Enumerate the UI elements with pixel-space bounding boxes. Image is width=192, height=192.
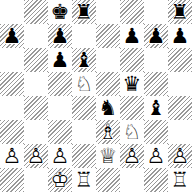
piece-glyph: ♛: [120, 72, 144, 96]
square-h8[interactable]: ♜: [168, 0, 192, 24]
square-g8[interactable]: [144, 0, 168, 24]
square-f4[interactable]: [120, 96, 144, 120]
square-e1[interactable]: [96, 168, 120, 192]
black-knight-piece: ♞: [96, 96, 120, 120]
piece-glyph: ♟: [48, 24, 72, 48]
square-f6[interactable]: [120, 48, 144, 72]
piece-glyph: ♔: [48, 168, 72, 192]
piece-glyph: ♖: [72, 168, 96, 192]
square-c4[interactable]: [48, 96, 72, 120]
black-pawn-piece: ♟: [168, 24, 192, 48]
white-rook-piece: ♜♖: [72, 168, 96, 192]
black-rook-piece: ♜: [72, 0, 96, 24]
square-a4[interactable]: [0, 96, 24, 120]
piece-glyph: ♘: [72, 72, 96, 96]
white-knight-piece: ♞♘: [120, 120, 144, 144]
black-queen-piece: ♛: [120, 72, 144, 96]
piece-glyph: ♙: [120, 144, 144, 168]
square-g3[interactable]: [144, 120, 168, 144]
square-c1[interactable]: ♚♔: [48, 168, 72, 192]
square-h2[interactable]: ♟♙: [168, 144, 192, 168]
square-b8[interactable]: [24, 0, 48, 24]
piece-glyph: ♙: [24, 144, 48, 168]
white-pawn-piece: ♟♙: [120, 144, 144, 168]
square-c2[interactable]: ♟♙: [48, 144, 72, 168]
square-c7[interactable]: ♟: [48, 24, 72, 48]
square-d4[interactable]: [72, 96, 96, 120]
square-b6[interactable]: [24, 48, 48, 72]
piece-glyph: ♟: [168, 24, 192, 48]
square-h5[interactable]: [168, 72, 192, 96]
piece-glyph: ♕: [96, 144, 120, 168]
square-g6[interactable]: [144, 48, 168, 72]
square-a7[interactable]: ♟: [0, 24, 24, 48]
black-pawn-piece: ♟: [48, 48, 72, 72]
square-b3[interactable]: [24, 120, 48, 144]
white-bishop-piece: ♝♗: [96, 120, 120, 144]
square-d3[interactable]: [72, 120, 96, 144]
white-rook-piece: ♜♖: [168, 168, 192, 192]
piece-glyph: ♖: [168, 168, 192, 192]
square-e3[interactable]: ♝♗: [96, 120, 120, 144]
black-bishop-piece: ♝: [144, 96, 168, 120]
square-d2[interactable]: [72, 144, 96, 168]
white-pawn-piece: ♟♙: [48, 144, 72, 168]
piece-glyph: ♞: [96, 96, 120, 120]
square-c3[interactable]: [48, 120, 72, 144]
square-b7[interactable]: [24, 24, 48, 48]
square-c5[interactable]: [48, 72, 72, 96]
piece-glyph: ♜: [72, 0, 96, 24]
square-h7[interactable]: ♟: [168, 24, 192, 48]
piece-glyph: ♚: [48, 0, 72, 24]
white-pawn-piece: ♟♙: [144, 144, 168, 168]
square-e6[interactable]: [96, 48, 120, 72]
white-pawn-piece: ♟♙: [168, 144, 192, 168]
piece-glyph: ♟: [0, 24, 24, 48]
black-pawn-piece: ♟: [0, 24, 24, 48]
square-h6[interactable]: [168, 48, 192, 72]
piece-glyph: ♘: [120, 120, 144, 144]
square-a2[interactable]: ♟♙: [0, 144, 24, 168]
square-g1[interactable]: [144, 168, 168, 192]
square-h3[interactable]: [168, 120, 192, 144]
square-f1[interactable]: [120, 168, 144, 192]
chess-board: ♚♜♜♟♟♟♟♟♟♝♞♘♛♞♝♝♗♞♘♟♙♟♙♟♙♛♕♟♙♟♙♟♙♚♔♜♖♜♖: [0, 0, 192, 192]
square-c6[interactable]: ♟: [48, 48, 72, 72]
square-f3[interactable]: ♞♘: [120, 120, 144, 144]
piece-glyph: ♙: [0, 144, 24, 168]
black-bishop-piece: ♝: [72, 48, 96, 72]
square-e4[interactable]: ♞: [96, 96, 120, 120]
square-e8[interactable]: [96, 0, 120, 24]
square-g2[interactable]: ♟♙: [144, 144, 168, 168]
piece-glyph: ♙: [144, 144, 168, 168]
square-d1[interactable]: ♜♖: [72, 168, 96, 192]
square-a6[interactable]: [0, 48, 24, 72]
square-g5[interactable]: [144, 72, 168, 96]
piece-glyph: ♜: [168, 0, 192, 24]
black-pawn-piece: ♟: [144, 24, 168, 48]
square-h4[interactable]: [168, 96, 192, 120]
white-king-piece: ♚♔: [48, 168, 72, 192]
square-g7[interactable]: ♟: [144, 24, 168, 48]
piece-glyph: ♟: [144, 24, 168, 48]
square-f7[interactable]: ♟: [120, 24, 144, 48]
square-b1[interactable]: [24, 168, 48, 192]
piece-glyph: ♟: [120, 24, 144, 48]
square-a5[interactable]: [0, 72, 24, 96]
white-pawn-piece: ♟♙: [0, 144, 24, 168]
square-d7[interactable]: [72, 24, 96, 48]
white-queen-piece: ♛♕: [96, 144, 120, 168]
square-f8[interactable]: [120, 0, 144, 24]
square-e2[interactable]: ♛♕: [96, 144, 120, 168]
piece-glyph: ♝: [72, 48, 96, 72]
square-b2[interactable]: ♟♙: [24, 144, 48, 168]
square-a1[interactable]: [0, 168, 24, 192]
white-pawn-piece: ♟♙: [24, 144, 48, 168]
square-h1[interactable]: ♜♖: [168, 168, 192, 192]
square-g4[interactable]: ♝: [144, 96, 168, 120]
square-b5[interactable]: [24, 72, 48, 96]
black-pawn-piece: ♟: [120, 24, 144, 48]
white-knight-piece: ♞♘: [72, 72, 96, 96]
square-e5[interactable]: [96, 72, 120, 96]
black-king-piece: ♚: [48, 0, 72, 24]
black-pawn-piece: ♟: [48, 24, 72, 48]
piece-glyph: ♝: [144, 96, 168, 120]
piece-glyph: ♙: [48, 144, 72, 168]
square-e7[interactable]: [96, 24, 120, 48]
square-d8[interactable]: ♜: [72, 0, 96, 24]
piece-glyph: ♟: [48, 48, 72, 72]
square-d6[interactable]: ♝: [72, 48, 96, 72]
square-b4[interactable]: [24, 96, 48, 120]
piece-glyph: ♙: [168, 144, 192, 168]
square-a8[interactable]: [0, 0, 24, 24]
square-f2[interactable]: ♟♙: [120, 144, 144, 168]
square-c8[interactable]: ♚: [48, 0, 72, 24]
square-d5[interactable]: ♞♘: [72, 72, 96, 96]
piece-glyph: ♗: [96, 120, 120, 144]
square-a3[interactable]: [0, 120, 24, 144]
square-f5[interactable]: ♛: [120, 72, 144, 96]
black-rook-piece: ♜: [168, 0, 192, 24]
